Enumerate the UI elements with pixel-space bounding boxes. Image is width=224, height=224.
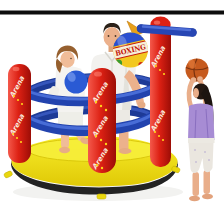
left-post: Arena Arena bbox=[8, 64, 31, 163]
child-face bbox=[60, 51, 74, 67]
girl-top bbox=[188, 103, 215, 140]
girl-leg-right bbox=[204, 170, 211, 194]
product-photo: BOXING Arena Arena Arena Arena bbox=[0, 0, 224, 224]
man-hand bbox=[138, 102, 146, 108]
girl-face-profile bbox=[193, 88, 199, 98]
boxing-arena-scene: BOXING Arena Arena Arena Arena bbox=[0, 0, 224, 224]
girl-waistband bbox=[188, 138, 215, 143]
photo-frame-bar bbox=[0, 11, 224, 15]
center-post: Arena Arena Arena bbox=[88, 68, 116, 173]
girl-leg-left bbox=[193, 172, 200, 196]
